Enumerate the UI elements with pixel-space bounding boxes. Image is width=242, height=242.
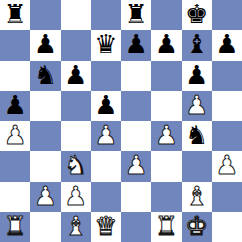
- chess-board-container: ♜♜♚♟♛♟♟♝♟♞♟♟♟♟♟♟♟♟♞♞♟♟♟♟♝♜♝♛♜♚: [0, 0, 242, 242]
- square-g1[interactable]: ♚: [182, 212, 212, 242]
- black-pawn[interactable]: ♟: [34, 30, 57, 59]
- square-c6[interactable]: ♟: [61, 61, 91, 91]
- square-c8[interactable]: [61, 0, 91, 30]
- black-knight[interactable]: ♞: [34, 61, 57, 90]
- square-g5[interactable]: ♟: [182, 91, 212, 121]
- square-g2[interactable]: ♝: [182, 182, 212, 212]
- square-d4[interactable]: ♟: [91, 121, 121, 151]
- square-a8[interactable]: ♜: [0, 0, 30, 30]
- black-pawn[interactable]: ♟: [94, 91, 117, 120]
- square-f4[interactable]: ♟: [151, 121, 181, 151]
- square-g4[interactable]: ♞: [182, 121, 212, 151]
- chess-board: ♜♜♚♟♛♟♟♝♟♞♟♟♟♟♟♟♟♟♞♞♟♟♟♟♝♜♝♛♜♚: [0, 0, 242, 242]
- square-b8[interactable]: [30, 0, 60, 30]
- black-pawn[interactable]: ♟: [124, 30, 147, 59]
- square-h8[interactable]: [212, 0, 242, 30]
- white-pawn[interactable]: ♟: [124, 151, 147, 180]
- square-d3[interactable]: [91, 151, 121, 181]
- square-d1[interactable]: ♛: [91, 212, 121, 242]
- white-pawn[interactable]: ♟: [185, 91, 208, 120]
- black-king[interactable]: ♚: [185, 0, 208, 29]
- square-e5[interactable]: [121, 91, 151, 121]
- square-c5[interactable]: [61, 91, 91, 121]
- square-a7[interactable]: [0, 30, 30, 60]
- square-e8[interactable]: ♜: [121, 0, 151, 30]
- square-b4[interactable]: [30, 121, 60, 151]
- square-h7[interactable]: ♟: [212, 30, 242, 60]
- square-h5[interactable]: [212, 91, 242, 121]
- white-rook[interactable]: ♜: [3, 212, 26, 241]
- square-b5[interactable]: [30, 91, 60, 121]
- square-a4[interactable]: ♟: [0, 121, 30, 151]
- square-g3[interactable]: [182, 151, 212, 181]
- square-h3[interactable]: ♟: [212, 151, 242, 181]
- square-h6[interactable]: [212, 61, 242, 91]
- square-f8[interactable]: [151, 0, 181, 30]
- square-e3[interactable]: ♟: [121, 151, 151, 181]
- square-f1[interactable]: ♜: [151, 212, 181, 242]
- black-pawn[interactable]: ♟: [3, 91, 26, 120]
- white-king[interactable]: ♚: [185, 212, 208, 241]
- white-pawn[interactable]: ♟: [94, 121, 117, 150]
- square-e1[interactable]: [121, 212, 151, 242]
- black-rook[interactable]: ♜: [124, 0, 147, 29]
- square-e2[interactable]: [121, 182, 151, 212]
- square-b2[interactable]: ♟: [30, 182, 60, 212]
- square-b7[interactable]: ♟: [30, 30, 60, 60]
- white-pawn[interactable]: ♟: [155, 121, 178, 150]
- white-pawn[interactable]: ♟: [215, 151, 238, 180]
- black-pawn[interactable]: ♟: [64, 61, 87, 90]
- square-g6[interactable]: ♟: [182, 61, 212, 91]
- square-c1[interactable]: ♝: [61, 212, 91, 242]
- square-f5[interactable]: [151, 91, 181, 121]
- square-c3[interactable]: ♞: [61, 151, 91, 181]
- square-e6[interactable]: [121, 61, 151, 91]
- white-pawn[interactable]: ♟: [3, 121, 26, 150]
- white-bishop[interactable]: ♝: [185, 182, 208, 211]
- square-a6[interactable]: [0, 61, 30, 91]
- square-d6[interactable]: [91, 61, 121, 91]
- square-d2[interactable]: [91, 182, 121, 212]
- square-c7[interactable]: [61, 30, 91, 60]
- black-rook[interactable]: ♜: [3, 0, 26, 29]
- black-queen[interactable]: ♛: [94, 30, 117, 59]
- square-b3[interactable]: [30, 151, 60, 181]
- white-pawn[interactable]: ♟: [34, 182, 57, 211]
- square-c4[interactable]: [61, 121, 91, 151]
- square-f7[interactable]: ♟: [151, 30, 181, 60]
- black-knight[interactable]: ♞: [185, 121, 208, 150]
- square-c2[interactable]: ♟: [61, 182, 91, 212]
- square-g7[interactable]: ♝: [182, 30, 212, 60]
- white-bishop[interactable]: ♝: [64, 212, 87, 241]
- square-a2[interactable]: [0, 182, 30, 212]
- square-f3[interactable]: [151, 151, 181, 181]
- white-rook[interactable]: ♜: [155, 212, 178, 241]
- square-b1[interactable]: [30, 212, 60, 242]
- square-e4[interactable]: [121, 121, 151, 151]
- square-f6[interactable]: [151, 61, 181, 91]
- square-h2[interactable]: [212, 182, 242, 212]
- square-a1[interactable]: ♜: [0, 212, 30, 242]
- white-knight[interactable]: ♞: [64, 151, 87, 180]
- black-pawn[interactable]: ♟: [155, 30, 178, 59]
- white-pawn[interactable]: ♟: [64, 182, 87, 211]
- black-pawn[interactable]: ♟: [215, 30, 238, 59]
- square-h4[interactable]: [212, 121, 242, 151]
- square-b6[interactable]: ♞: [30, 61, 60, 91]
- white-queen[interactable]: ♛: [94, 212, 117, 241]
- square-d5[interactable]: ♟: [91, 91, 121, 121]
- square-e7[interactable]: ♟: [121, 30, 151, 60]
- black-pawn[interactable]: ♟: [185, 61, 208, 90]
- square-h1[interactable]: [212, 212, 242, 242]
- square-g8[interactable]: ♚: [182, 0, 212, 30]
- black-bishop[interactable]: ♝: [185, 30, 208, 59]
- square-a5[interactable]: ♟: [0, 91, 30, 121]
- square-a3[interactable]: [0, 151, 30, 181]
- square-d7[interactable]: ♛: [91, 30, 121, 60]
- square-d8[interactable]: [91, 0, 121, 30]
- square-f2[interactable]: [151, 182, 181, 212]
